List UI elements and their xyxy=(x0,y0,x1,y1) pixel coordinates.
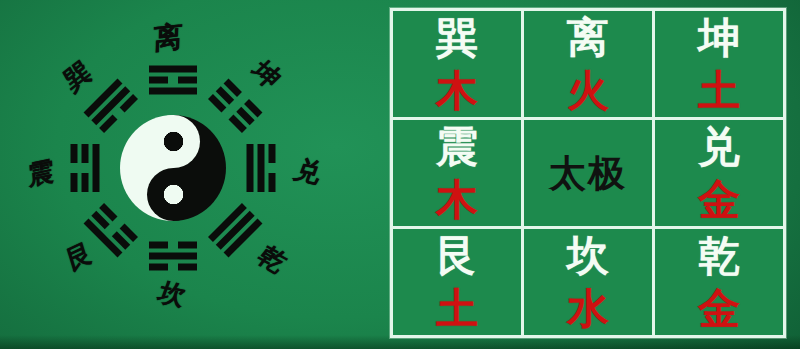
grid-cell-kan: 坎 水 xyxy=(524,229,652,335)
label-qian: 乾 xyxy=(253,243,292,277)
bagua-circle-diagram: 离 坤 兑 乾 坎 艮 震 巽 xyxy=(0,0,390,349)
trigram-li-icon xyxy=(149,62,197,99)
element-name: 金 xyxy=(698,179,740,221)
trigram-name: 艮 xyxy=(436,235,478,277)
grid-cell-xun: 巽 木 xyxy=(393,11,521,117)
grid-cell-qian: 乾 金 xyxy=(655,229,783,335)
label-li: 离 xyxy=(153,22,183,54)
trigram-kan-icon xyxy=(149,238,197,275)
trigram-name: 离 xyxy=(567,17,609,59)
taiji-label: 太极 xyxy=(549,155,627,192)
trigram-name: 乾 xyxy=(698,235,740,277)
bagua-wuxing-board: 离 坤 兑 乾 坎 艮 震 巽 巽 木 离 火 坤 土 震 木 太极 兑 金 xyxy=(0,0,800,349)
taiji-yinyang-symbol xyxy=(120,115,226,221)
grid-cell-dui: 兑 金 xyxy=(655,120,783,226)
label-gen: 艮 xyxy=(64,239,95,275)
trigram-name: 兑 xyxy=(698,126,740,168)
trigram-dui-icon xyxy=(243,144,280,192)
element-name: 木 xyxy=(436,70,478,112)
element-name: 火 xyxy=(567,70,609,112)
grid-cell-taiji: 太极 xyxy=(524,120,652,226)
element-name: 土 xyxy=(436,288,478,330)
trigram-qian-icon xyxy=(205,200,265,260)
trigram-name: 震 xyxy=(436,126,478,168)
wuxing-grid: 巽 木 离 火 坤 土 震 木 太极 兑 金 艮 土 坎 水 xyxy=(390,8,786,338)
label-zhen: 震 xyxy=(27,158,54,190)
label-kun: 坤 xyxy=(246,58,285,92)
grid-cell-zhen: 震 木 xyxy=(393,120,521,226)
label-dui: 兑 xyxy=(291,157,325,187)
trigram-zhen-icon xyxy=(67,144,104,192)
trigram-name: 坎 xyxy=(567,235,609,277)
grid-cell-gen: 艮 土 xyxy=(393,229,521,335)
label-xun: 巽 xyxy=(61,58,95,97)
element-name: 金 xyxy=(698,288,740,330)
element-name: 木 xyxy=(436,179,478,221)
element-name: 土 xyxy=(698,70,740,112)
trigram-name: 坤 xyxy=(698,17,740,59)
element-name: 水 xyxy=(567,288,609,330)
grid-cell-li: 离 火 xyxy=(524,11,652,117)
label-kan: 坎 xyxy=(155,280,189,310)
grid-cell-kun: 坤 土 xyxy=(655,11,783,117)
trigram-name: 巽 xyxy=(436,17,478,59)
